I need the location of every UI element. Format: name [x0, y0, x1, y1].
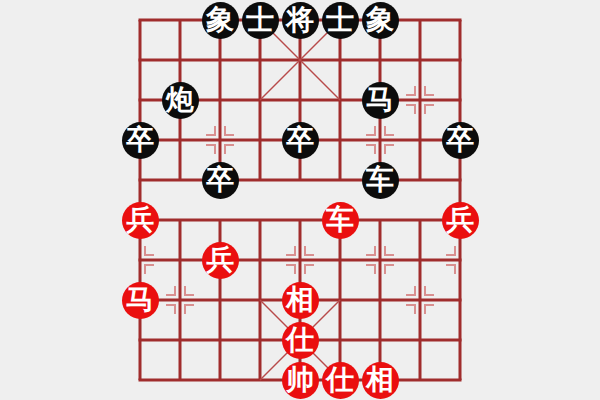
piece-red-horse[interactable]: 马 [122, 282, 159, 319]
piece-red-chariot[interactable]: 车 [322, 202, 359, 239]
piece-black-horse[interactable]: 马 [362, 82, 399, 119]
piece-red-general[interactable]: 帅 [282, 362, 319, 399]
piece-black-advisor[interactable]: 士 [242, 2, 279, 39]
piece-black-elephant[interactable]: 象 [362, 2, 399, 39]
piece-black-soldier[interactable]: 卒 [442, 122, 479, 159]
piece-red-soldier[interactable]: 兵 [442, 202, 479, 239]
piece-black-advisor[interactable]: 士 [322, 2, 359, 39]
piece-black-soldier[interactable]: 卒 [282, 122, 319, 159]
xiangqi-board[interactable]: 象士将士象炮马卒卒卒卒车兵车兵兵马相仕帅仕相 [0, 0, 600, 400]
piece-black-general[interactable]: 将 [282, 2, 319, 39]
piece-red-advisor[interactable]: 仕 [282, 322, 319, 359]
piece-black-elephant[interactable]: 象 [202, 2, 239, 39]
pieces-layer: 象士将士象炮马卒卒卒卒车兵车兵兵马相仕帅仕相 [0, 0, 600, 400]
piece-red-elephant[interactable]: 相 [282, 282, 319, 319]
piece-red-advisor[interactable]: 仕 [322, 362, 359, 399]
piece-red-elephant[interactable]: 相 [362, 362, 399, 399]
piece-red-soldier[interactable]: 兵 [202, 242, 239, 279]
piece-black-chariot[interactable]: 车 [362, 162, 399, 199]
piece-black-soldier[interactable]: 卒 [202, 162, 239, 199]
piece-black-cannon[interactable]: 炮 [162, 82, 199, 119]
piece-red-soldier[interactable]: 兵 [122, 202, 159, 239]
piece-black-soldier[interactable]: 卒 [122, 122, 159, 159]
xiangqi-app: 象士将士象炮马卒卒卒卒车兵车兵兵马相仕帅仕相 [0, 0, 600, 400]
